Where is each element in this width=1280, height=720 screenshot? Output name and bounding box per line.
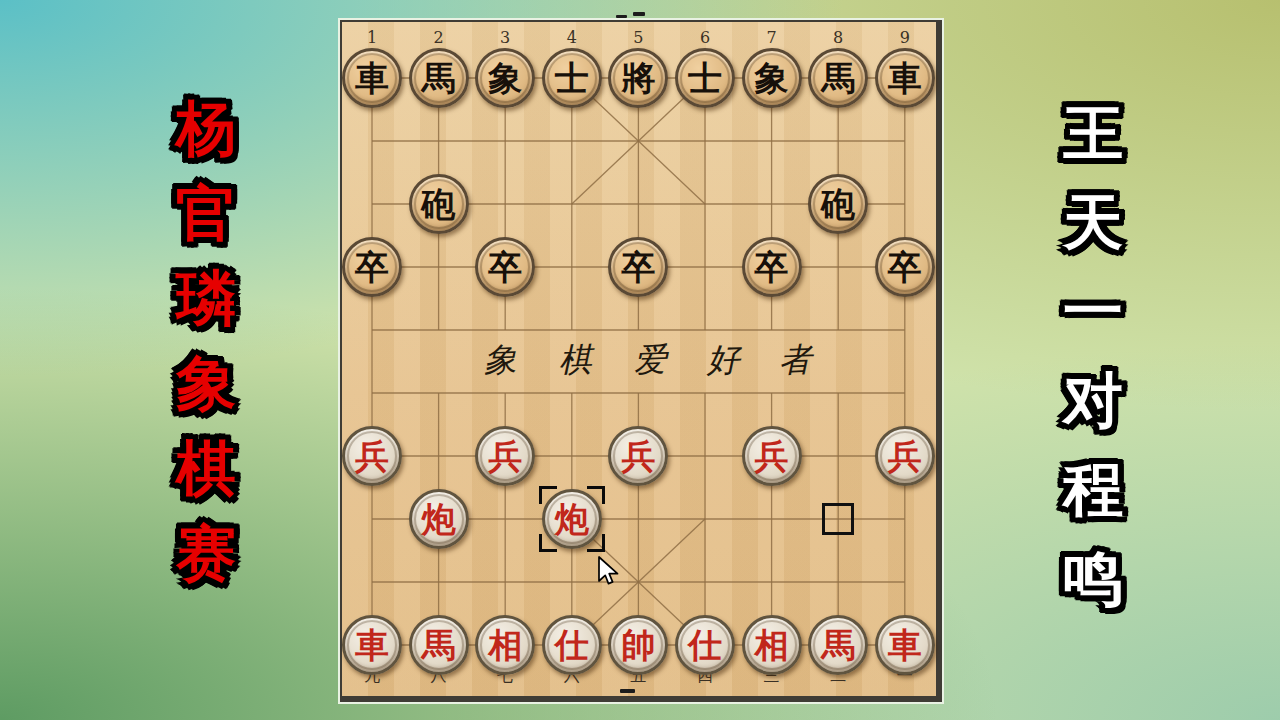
piece-glyph: 仕 [688, 628, 722, 662]
top-overlay-artifact [616, 15, 627, 18]
piece-glyph: 相 [488, 628, 522, 662]
banner-char: 对 [1063, 370, 1123, 430]
banner-char: 棋 [176, 438, 236, 498]
banner-char: 赛 [176, 523, 236, 583]
banner-char: 程 [1063, 459, 1123, 519]
piece-glyph: 車 [355, 628, 389, 662]
piece-red-chariot[interactable]: 車 [875, 615, 935, 675]
left-banner-tournament-title: 杨官璘象棋赛 [169, 98, 243, 583]
piece-red-soldier[interactable]: 兵 [342, 426, 402, 486]
piece-red-elephant[interactable]: 相 [742, 615, 802, 675]
piece-glyph: 馬 [422, 628, 456, 662]
board-window: 123456789九八七六五四三二一 象棋爱好者 車馬象士將士象馬車砲砲卒卒卒卒… [338, 18, 944, 704]
piece-black-horse[interactable]: 馬 [808, 48, 868, 108]
file-label-top: 4 [559, 28, 585, 47]
piece-black-soldier[interactable]: 卒 [608, 237, 668, 297]
file-label-top: 7 [759, 28, 785, 47]
file-label-top: 1 [359, 28, 385, 47]
banner-char: 天 [1063, 192, 1123, 252]
piece-glyph: 士 [688, 61, 722, 95]
piece-black-cannon[interactable]: 砲 [409, 174, 469, 234]
river-char: 者 [774, 337, 816, 383]
piece-glyph: 相 [755, 628, 789, 662]
piece-glyph: 卒 [755, 250, 789, 284]
piece-black-chariot[interactable]: 車 [875, 48, 935, 108]
piece-glyph: 炮 [555, 502, 589, 536]
piece-glyph: 士 [555, 61, 589, 95]
piece-red-cannon[interactable]: 炮 [409, 489, 469, 549]
piece-black-elephant[interactable]: 象 [475, 48, 535, 108]
piece-black-soldier[interactable]: 卒 [475, 237, 535, 297]
piece-red-general[interactable]: 帥 [608, 615, 668, 675]
piece-red-soldier[interactable]: 兵 [742, 426, 802, 486]
banner-char: 鸣 [1063, 548, 1123, 608]
file-label-top: 8 [825, 28, 851, 47]
file-label-top: 9 [892, 28, 918, 47]
piece-black-advisor[interactable]: 士 [675, 48, 735, 108]
piece-black-soldier[interactable]: 卒 [742, 237, 802, 297]
piece-glyph: 卒 [888, 250, 922, 284]
piece-glyph: 車 [888, 628, 922, 662]
piece-glyph: 砲 [422, 187, 456, 221]
piece-glyph: 卒 [621, 250, 655, 284]
piece-glyph: 兵 [488, 439, 522, 473]
file-label-top: 3 [492, 28, 518, 47]
piece-glyph: 仕 [555, 628, 589, 662]
piece-black-elephant[interactable]: 象 [742, 48, 802, 108]
piece-red-soldier[interactable]: 兵 [608, 426, 668, 486]
piece-red-chariot[interactable]: 車 [342, 615, 402, 675]
banner-char: 官 [176, 183, 236, 243]
file-label-top: 5 [625, 28, 651, 47]
piece-black-advisor[interactable]: 士 [542, 48, 602, 108]
bottom-overlay-artifact [620, 689, 635, 693]
piece-red-soldier[interactable]: 兵 [875, 426, 935, 486]
river-char: 棋 [554, 337, 596, 383]
piece-red-horse[interactable]: 馬 [409, 615, 469, 675]
piece-glyph: 帥 [621, 628, 655, 662]
banner-char: 王 [1063, 103, 1123, 163]
mouse-cursor [597, 556, 621, 590]
piece-glyph: 馬 [821, 628, 855, 662]
piece-red-elephant[interactable]: 相 [475, 615, 535, 675]
last-move-from-marker [822, 503, 854, 535]
piece-black-soldier[interactable]: 卒 [342, 237, 402, 297]
piece-glyph: 兵 [621, 439, 655, 473]
banner-char: 象 [176, 353, 236, 413]
xiangqi-board[interactable]: 123456789九八七六五四三二一 象棋爱好者 車馬象士將士象馬車砲砲卒卒卒卒… [342, 22, 936, 696]
piece-glyph: 炮 [422, 502, 456, 536]
river-char: 爱 [629, 337, 671, 383]
river-char: 象 [479, 337, 521, 383]
piece-black-horse[interactable]: 馬 [409, 48, 469, 108]
piece-glyph: 馬 [422, 61, 456, 95]
piece-glyph: 車 [888, 61, 922, 95]
piece-red-advisor[interactable]: 仕 [675, 615, 735, 675]
banner-char: 杨 [176, 98, 236, 158]
piece-black-cannon[interactable]: 砲 [808, 174, 868, 234]
piece-black-chariot[interactable]: 車 [342, 48, 402, 108]
river-char: 好 [702, 337, 744, 383]
piece-glyph: 馬 [821, 61, 855, 95]
piece-glyph: 車 [355, 61, 389, 95]
piece-glyph: 砲 [821, 187, 855, 221]
piece-glyph: 兵 [755, 439, 789, 473]
banner-char: 一 [1063, 281, 1123, 341]
piece-red-horse[interactable]: 馬 [808, 615, 868, 675]
piece-glyph: 兵 [888, 439, 922, 473]
piece-glyph: 卒 [355, 250, 389, 284]
piece-red-soldier[interactable]: 兵 [475, 426, 535, 486]
piece-glyph: 兵 [355, 439, 389, 473]
piece-glyph: 卒 [488, 250, 522, 284]
top-overlay-artifact [633, 12, 645, 16]
piece-black-general[interactable]: 將 [608, 48, 668, 108]
piece-red-advisor[interactable]: 仕 [542, 615, 602, 675]
piece-black-soldier[interactable]: 卒 [875, 237, 935, 297]
banner-char: 璘 [176, 268, 236, 328]
file-label-top: 2 [426, 28, 452, 47]
piece-glyph: 象 [488, 61, 522, 95]
file-label-top: 6 [692, 28, 718, 47]
piece-glyph: 象 [755, 61, 789, 95]
piece-glyph: 將 [621, 61, 655, 95]
piece-red-cannon[interactable]: 炮 [542, 489, 602, 549]
right-banner-players: 王天一对程鸣 [1056, 103, 1130, 608]
